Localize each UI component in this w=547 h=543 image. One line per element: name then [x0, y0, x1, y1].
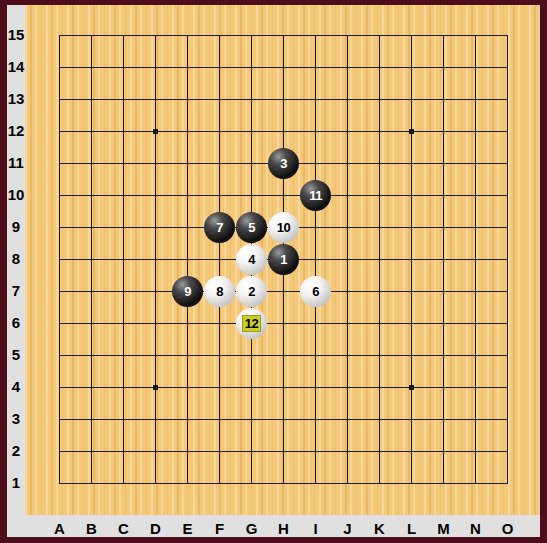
column-label-J: J [338, 519, 358, 539]
stone-H8: 1 [268, 244, 299, 275]
stone-F7: 8 [204, 276, 235, 307]
row-label-14: 14 [7, 58, 25, 76]
column-label-F: F [210, 519, 230, 539]
column-label-L: L [402, 519, 422, 539]
column-label-C: C [114, 519, 134, 539]
column-label-I: I [306, 519, 326, 539]
goban[interactable]: 123456789101112 [25, 5, 540, 515]
stone-I7: 6 [300, 276, 331, 307]
column-label-O: O [498, 519, 518, 539]
column-label-M: M [434, 519, 454, 539]
stone-I10: 11 [300, 180, 331, 211]
row-label-8: 8 [7, 250, 25, 268]
row-label-6: 6 [7, 314, 25, 332]
stone-G6: 12 [236, 308, 267, 339]
row-label-11: 11 [7, 154, 25, 172]
row-label-7: 7 [7, 282, 25, 300]
board-frame: 123456789101112 151413121110987654321 AB… [0, 0, 547, 543]
stone-H9: 10 [268, 212, 299, 243]
row-label-3: 3 [7, 410, 25, 428]
row-label-12: 12 [7, 122, 25, 140]
row-label-10: 10 [7, 186, 25, 204]
column-label-G: G [242, 519, 262, 539]
column-label-H: H [274, 519, 294, 539]
stone-E7: 9 [172, 276, 203, 307]
row-label-13: 13 [7, 90, 25, 108]
stone-G7: 2 [236, 276, 267, 307]
board-panel: 123456789101112 151413121110987654321 AB… [7, 5, 540, 537]
stone-F9: 7 [204, 212, 235, 243]
row-label-15: 15 [7, 26, 25, 44]
column-label-K: K [370, 519, 390, 539]
column-label-N: N [466, 519, 486, 539]
stone-H11: 3 [268, 148, 299, 179]
row-label-2: 2 [7, 442, 25, 460]
row-label-9: 9 [7, 218, 25, 236]
column-label-B: B [82, 519, 102, 539]
column-label-E: E [178, 519, 198, 539]
row-label-1: 1 [7, 474, 25, 492]
stone-G9: 5 [236, 212, 267, 243]
stone-grid: 123456789101112 [44, 19, 524, 499]
row-label-4: 4 [7, 378, 25, 396]
column-label-D: D [146, 519, 166, 539]
stone-G8: 4 [236, 244, 267, 275]
row-label-5: 5 [7, 346, 25, 364]
last-move-marker: 12 [242, 315, 261, 332]
column-label-A: A [50, 519, 70, 539]
